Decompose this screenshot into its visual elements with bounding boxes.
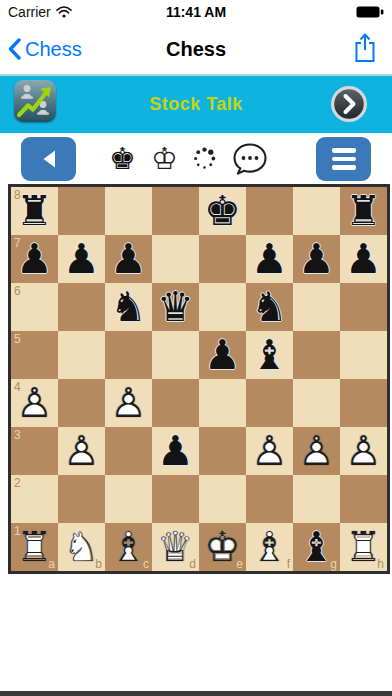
- black-bishop-piece: ♝: [246, 331, 293, 379]
- white-pawn-piece: ♟♙: [293, 427, 340, 475]
- share-button[interactable]: [352, 32, 378, 68]
- square-a8[interactable]: 8♜: [11, 187, 58, 235]
- white-pawn-piece: ♟♙: [105, 379, 152, 427]
- square-e1[interactable]: e♚♔: [199, 523, 246, 571]
- square-d4[interactable]: [152, 379, 199, 427]
- square-c4[interactable]: ♟♙: [105, 379, 152, 427]
- file-label-f: f: [287, 558, 290, 570]
- black-pawn-piece: ♟: [152, 427, 199, 475]
- square-f7[interactable]: ♟: [246, 235, 293, 283]
- menu-icon: [332, 148, 356, 170]
- square-h7[interactable]: ♟: [340, 235, 387, 283]
- menu-button[interactable]: [316, 137, 371, 181]
- square-d2[interactable]: [152, 475, 199, 523]
- square-g5[interactable]: [293, 331, 340, 379]
- square-e3[interactable]: [199, 427, 246, 475]
- square-f4[interactable]: [246, 379, 293, 427]
- navigation-bar: Chess Chess: [0, 24, 392, 74]
- white-king-icon[interactable]: ♔: [151, 144, 178, 174]
- back-chevron-icon: [8, 38, 21, 60]
- square-b4[interactable]: [58, 379, 105, 427]
- black-knight-piece: ♞: [246, 283, 293, 331]
- square-h4[interactable]: [340, 379, 387, 427]
- square-f2[interactable]: [246, 475, 293, 523]
- black-knight-piece: ♞: [105, 283, 152, 331]
- rank-label-6: 6: [14, 285, 21, 297]
- square-a2[interactable]: 2: [11, 475, 58, 523]
- square-b7[interactable]: ♟: [58, 235, 105, 283]
- square-c3[interactable]: [105, 427, 152, 475]
- file-label-a: a: [48, 558, 55, 570]
- square-h8[interactable]: ♜: [340, 187, 387, 235]
- square-a6[interactable]: 6: [11, 283, 58, 331]
- black-king-piece: ♚: [199, 187, 246, 235]
- white-pawn-piece: ♟♙: [340, 427, 387, 475]
- file-label-e: e: [236, 558, 243, 570]
- square-e8[interactable]: ♚: [199, 187, 246, 235]
- rank-label-8: 8: [14, 189, 21, 201]
- square-c5[interactable]: [105, 331, 152, 379]
- square-a4[interactable]: 4♟♙: [11, 379, 58, 427]
- forward-circle-icon: [330, 85, 368, 123]
- square-f1[interactable]: f♝♗: [246, 523, 293, 571]
- rank-label-5: 5: [14, 333, 21, 345]
- file-label-d: d: [189, 558, 196, 570]
- square-a5[interactable]: 5: [11, 331, 58, 379]
- square-h5[interactable]: [340, 331, 387, 379]
- rank-label-7: 7: [14, 237, 21, 249]
- square-b1[interactable]: b♞♘: [58, 523, 105, 571]
- square-b5[interactable]: [58, 331, 105, 379]
- square-d5[interactable]: [152, 331, 199, 379]
- status-bar: Carrier 11:41 AM: [0, 0, 392, 24]
- square-f3[interactable]: ♟♙: [246, 427, 293, 475]
- square-b8[interactable]: [58, 187, 105, 235]
- black-pawn-piece: ♟: [105, 235, 152, 283]
- square-g3[interactable]: ♟♙: [293, 427, 340, 475]
- square-e7[interactable]: [199, 235, 246, 283]
- square-e4[interactable]: [199, 379, 246, 427]
- black-queen-piece: ♛: [152, 283, 199, 331]
- square-g4[interactable]: [293, 379, 340, 427]
- square-h2[interactable]: [340, 475, 387, 523]
- square-d1[interactable]: d♛♕: [152, 523, 199, 571]
- square-g1[interactable]: g♝: [293, 523, 340, 571]
- app-window: Carrier 11:41 AM Chess Chess: [0, 0, 392, 696]
- rank-label-3: 3: [14, 429, 21, 441]
- square-e6[interactable]: [199, 283, 246, 331]
- square-d3[interactable]: ♟: [152, 427, 199, 475]
- square-a3[interactable]: 3: [11, 427, 58, 475]
- file-label-g: g: [330, 558, 337, 570]
- rank-label-4: 4: [14, 381, 21, 393]
- square-f8[interactable]: [246, 187, 293, 235]
- bottom-spacer: [0, 574, 392, 691]
- file-label-h: h: [377, 558, 384, 570]
- back-button[interactable]: Chess: [8, 38, 82, 61]
- square-g6[interactable]: [293, 283, 340, 331]
- game-toolbar: ♚ ♔: [0, 133, 392, 184]
- chat-bubble-icon[interactable]: [231, 142, 269, 176]
- square-h1[interactable]: h♜♖: [340, 523, 387, 571]
- square-b3[interactable]: ♟♙: [58, 427, 105, 475]
- square-c1[interactable]: c♝♗: [105, 523, 152, 571]
- share-icon: [352, 32, 378, 64]
- rank-label-1: 1: [14, 525, 21, 537]
- square-b2[interactable]: [58, 475, 105, 523]
- bottom-edge-bar: [0, 691, 392, 696]
- square-d8[interactable]: [152, 187, 199, 235]
- square-a1[interactable]: 1a♜♖: [11, 523, 58, 571]
- square-c6[interactable]: ♞: [105, 283, 152, 331]
- square-e5[interactable]: ♟: [199, 331, 246, 379]
- square-d7[interactable]: [152, 235, 199, 283]
- black-pawn-piece: ♟: [58, 235, 105, 283]
- square-h6[interactable]: [340, 283, 387, 331]
- file-label-c: c: [143, 558, 149, 570]
- square-c2[interactable]: [105, 475, 152, 523]
- square-h3[interactable]: ♟♙: [340, 427, 387, 475]
- file-label-b: b: [95, 558, 102, 570]
- clock: 11:41 AM: [0, 4, 392, 20]
- black-pawn-piece: ♟: [246, 235, 293, 283]
- battery-icon: [356, 6, 384, 18]
- spinner-dots-icon[interactable]: [193, 147, 216, 170]
- back-button-label: Chess: [25, 38, 82, 61]
- back-triangle-icon: [41, 149, 57, 169]
- square-c7[interactable]: ♟: [105, 235, 152, 283]
- square-c8[interactable]: [105, 187, 152, 235]
- square-b6[interactable]: [58, 283, 105, 331]
- black-pawn-piece: ♟: [199, 331, 246, 379]
- square-g8[interactable]: [293, 187, 340, 235]
- ad-banner[interactable]: Stock Talk: [0, 76, 392, 133]
- black-rook-piece: ♜: [340, 187, 387, 235]
- square-a7[interactable]: 7♟: [11, 235, 58, 283]
- black-pawn-piece: ♟: [340, 235, 387, 283]
- square-f5[interactable]: ♝: [246, 331, 293, 379]
- square-g2[interactable]: [293, 475, 340, 523]
- white-pawn-piece: ♟♙: [58, 427, 105, 475]
- square-f6[interactable]: ♞: [246, 283, 293, 331]
- square-e2[interactable]: [199, 475, 246, 523]
- white-pawn-piece: ♟♙: [246, 427, 293, 475]
- square-d6[interactable]: ♛: [152, 283, 199, 331]
- ad-forward-button[interactable]: [330, 85, 368, 123]
- undo-move-button[interactable]: [21, 137, 76, 181]
- black-pawn-piece: ♟: [293, 235, 340, 283]
- square-g7[interactable]: ♟: [293, 235, 340, 283]
- black-king-icon[interactable]: ♚: [109, 144, 136, 174]
- rank-label-2: 2: [14, 477, 21, 489]
- chess-board: 8♜♚♜7♟♟♟♟♟♟6♞♛♞5♟♝4♟♙♟♙3♟♙♟♟♙♟♙♟♙21a♜♖b♞…: [8, 184, 390, 574]
